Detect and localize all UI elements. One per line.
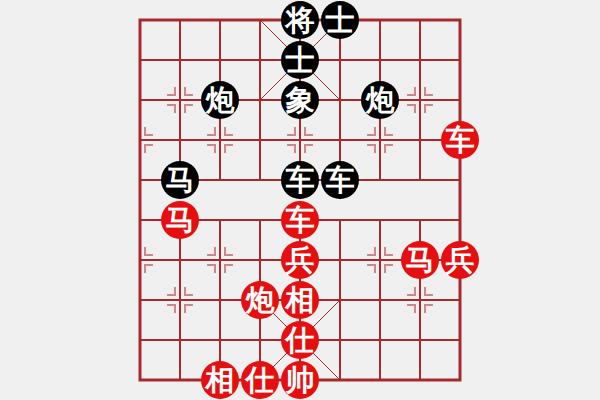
black-cannon-1[interactable]: 炮 [201, 81, 239, 119]
red-advisor-2[interactable]: 仕 [241, 361, 279, 399]
red-pawn-2[interactable]: 兵 [441, 241, 479, 279]
xiangqi-board: 将士士炮象炮马车车车马车兵马兵炮相仕相仕帅 [0, 0, 600, 400]
black-advisor-1[interactable]: 士 [321, 1, 359, 39]
red-elephant-1[interactable]: 相 [281, 281, 319, 319]
black-elephant[interactable]: 象 [281, 81, 319, 119]
red-horse-1[interactable]: 马 [161, 201, 199, 239]
red-horse-2[interactable]: 马 [401, 241, 439, 279]
black-advisor-2[interactable]: 士 [281, 41, 319, 79]
black-cannon-2[interactable]: 炮 [361, 81, 399, 119]
red-advisor-1[interactable]: 仕 [281, 321, 319, 359]
red-rook-1[interactable]: 车 [441, 121, 479, 159]
black-rook-2[interactable]: 车 [321, 161, 359, 199]
black-rook-1[interactable]: 车 [281, 161, 319, 199]
red-cannon[interactable]: 炮 [241, 281, 279, 319]
red-elephant-2[interactable]: 相 [201, 361, 239, 399]
red-rook-2[interactable]: 车 [281, 201, 319, 239]
black-horse[interactable]: 马 [161, 161, 199, 199]
black-general[interactable]: 将 [281, 1, 319, 39]
red-king[interactable]: 帅 [281, 361, 319, 399]
red-pawn-1[interactable]: 兵 [281, 241, 319, 279]
